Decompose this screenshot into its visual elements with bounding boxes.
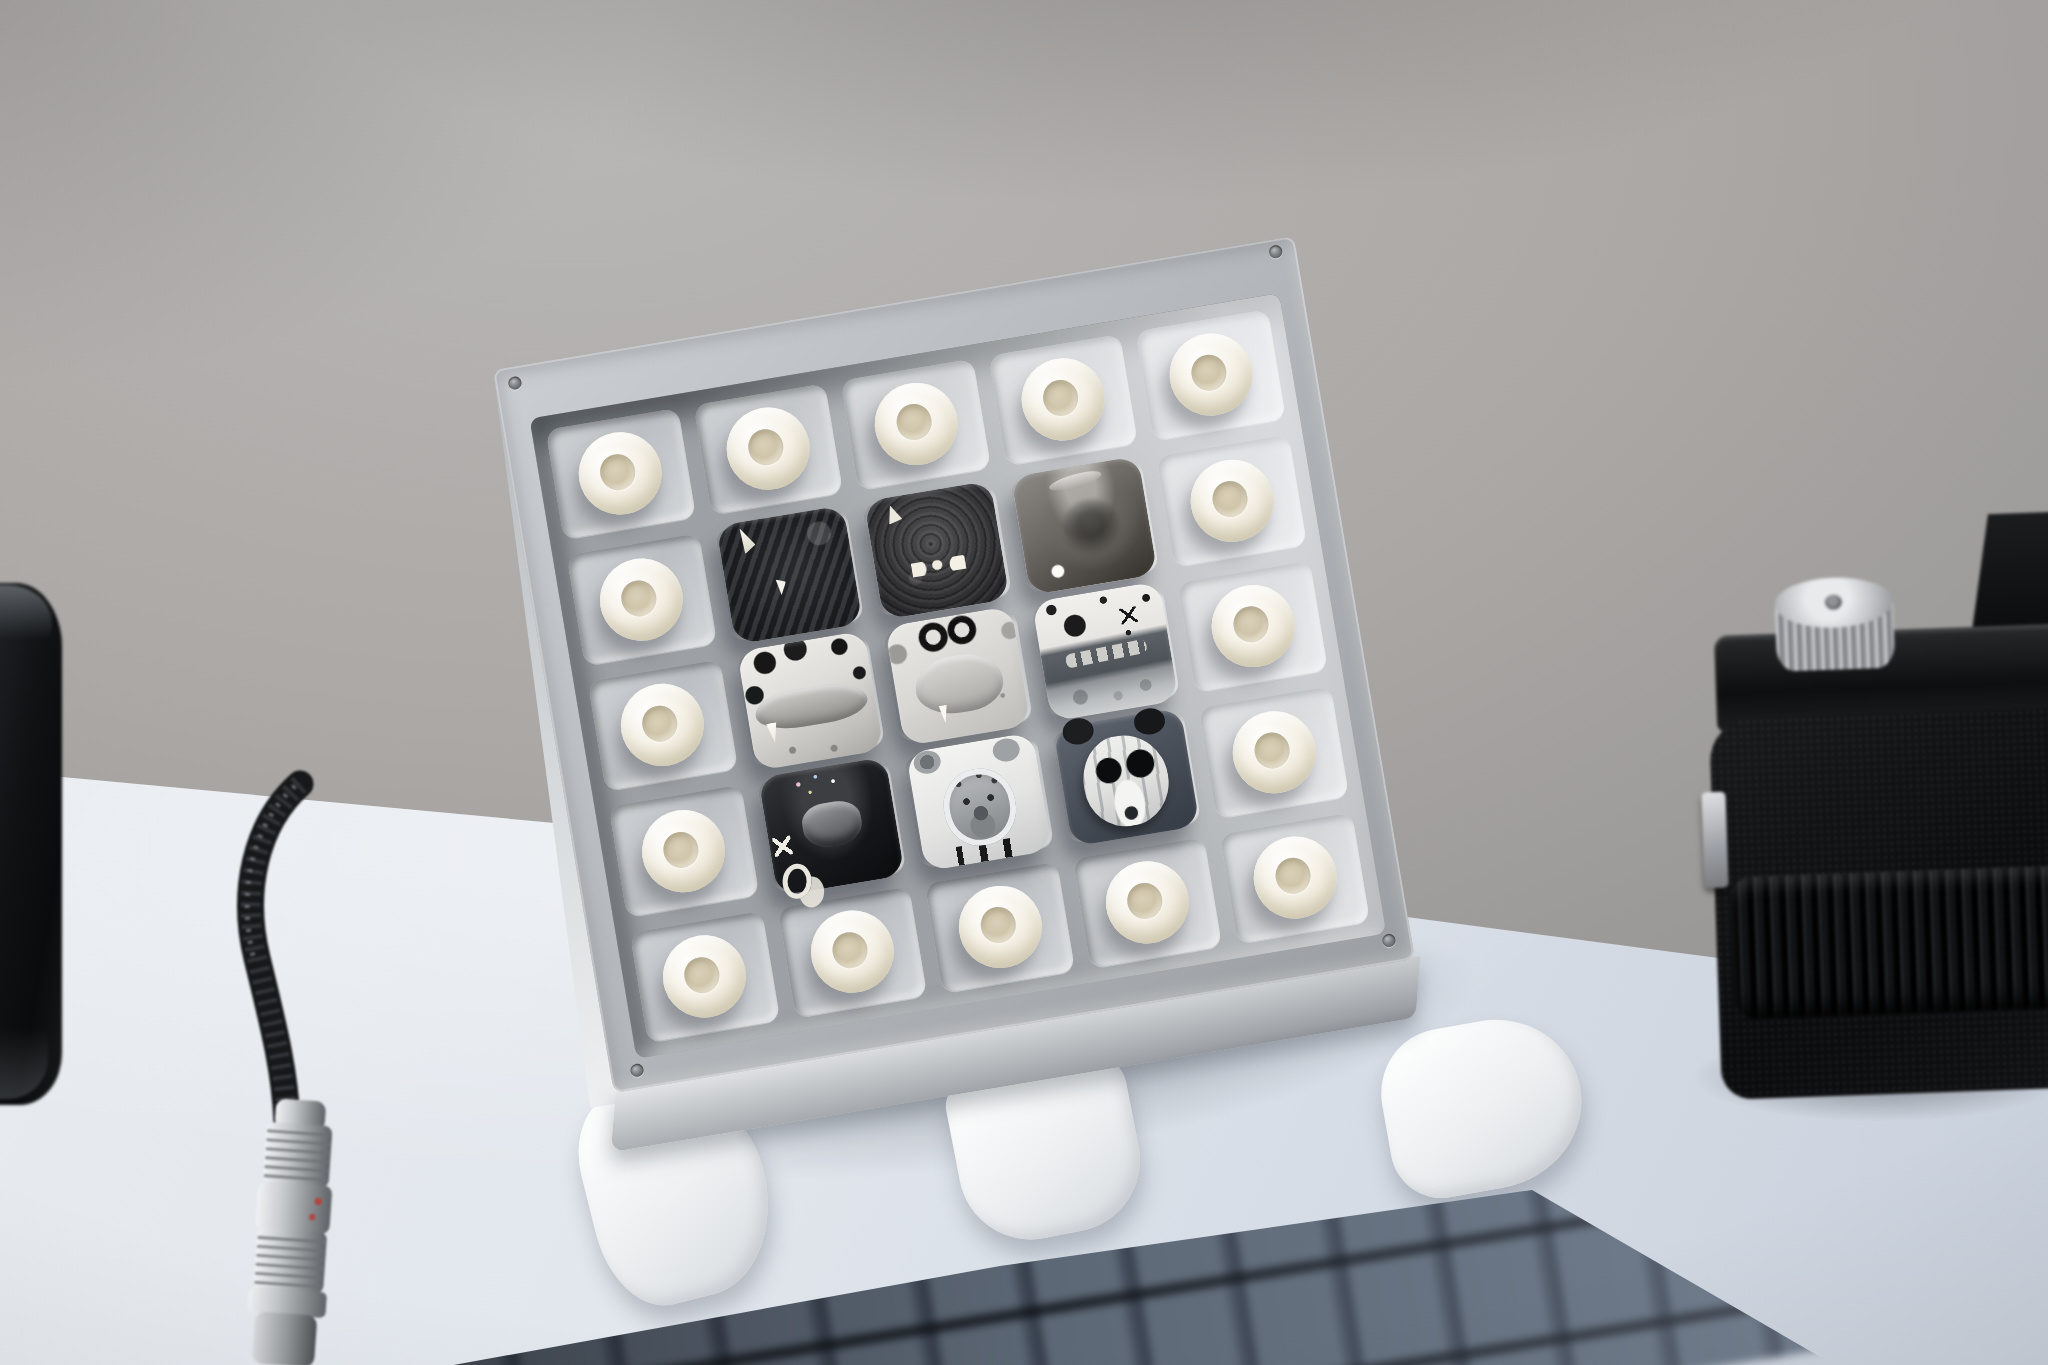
well-r4c2 <box>756 760 906 892</box>
well-r1c4 <box>988 334 1138 466</box>
well-r3c4 <box>1030 585 1180 717</box>
well-r3c2 <box>735 635 885 767</box>
piece-blank-cap-r1c4 <box>1012 349 1115 452</box>
well-r5c3 <box>925 861 1075 993</box>
well-r4c5 <box>1199 686 1349 818</box>
piece-blank-cap-r4c1 <box>631 798 737 903</box>
piece-walrus-goggles-r3c3 <box>885 606 1031 746</box>
well-r3c3 <box>883 610 1033 742</box>
cap-hole <box>1274 856 1313 896</box>
piece-blank-cap-r1c5 <box>1165 330 1257 421</box>
well-r1c5 <box>1136 309 1286 441</box>
coiled-cable <box>205 770 415 1365</box>
piece-blank-cap-r5c1 <box>652 924 758 1029</box>
piece-blank-cap-r5c5 <box>1249 832 1341 923</box>
piece-blank-cap-r1c2 <box>718 400 818 499</box>
photo-scene <box>0 0 2048 1365</box>
cap-hole <box>829 928 871 971</box>
piece-oni-dark-r2c3 <box>864 480 1010 620</box>
piece-panda-zombie-r4c4 <box>1053 707 1199 847</box>
piece-dragon-black-r2c2 <box>716 505 862 645</box>
screw-icon <box>1268 244 1283 259</box>
cap-hole <box>617 575 662 621</box>
piece-hippo-spotted-r3c2 <box>737 631 883 771</box>
piece-blank-cap-r2c5 <box>1186 455 1278 546</box>
aviator-connector <box>244 1097 340 1365</box>
well-r3c5 <box>1178 561 1328 693</box>
keycap-tray <box>493 236 1415 1093</box>
well-r1c2 <box>693 383 843 515</box>
cap-hole <box>745 426 787 469</box>
cap-hole <box>638 701 683 747</box>
piece-blank-cap-r1c1 <box>568 421 674 526</box>
piece-ape-gray-r2c4 <box>1011 456 1157 596</box>
piece-leopard-hood-r4c3 <box>906 732 1052 872</box>
well-r2c3 <box>862 484 1012 616</box>
piece-blank-cap-r3c1 <box>610 673 716 778</box>
well-r4c4 <box>1051 711 1201 843</box>
well-r4c3 <box>904 736 1054 868</box>
black-mug <box>0 583 62 1105</box>
well-r1c3 <box>841 359 991 491</box>
cap-hole <box>596 449 641 495</box>
piece-blank-cap-r5c2 <box>802 902 902 1001</box>
cap-hole <box>1211 479 1250 519</box>
tray-cavity <box>530 293 1387 1059</box>
piece-blank-cap-r3c5 <box>1207 581 1299 672</box>
vintage-camera <box>1702 512 2048 1099</box>
well-r2c1 <box>567 534 717 666</box>
piece-trooper-black-r4c2 <box>758 756 904 896</box>
camera-body <box>1709 708 2048 1100</box>
piece-skull-splatter-r3c4 <box>1032 581 1178 721</box>
cap-hole <box>1123 878 1167 923</box>
piece-blank-cap-r1c3 <box>872 381 960 468</box>
well-r3c1 <box>588 659 738 791</box>
screw-icon <box>630 1063 645 1078</box>
camera-latch <box>1701 792 1728 889</box>
cap-hole <box>1253 730 1292 770</box>
well-r4c1 <box>609 785 759 917</box>
cap-hole <box>1190 353 1229 393</box>
cap-hole <box>896 403 933 441</box>
piece-blank-cap-r5c4 <box>1096 851 1199 954</box>
well-r2c5 <box>1157 435 1307 567</box>
screw-icon <box>1381 933 1396 948</box>
screw-icon <box>507 376 522 391</box>
well-r5c2 <box>777 886 927 1018</box>
camera-knurled-knob <box>1774 576 1895 672</box>
piece-blank-cap-r4c5 <box>1228 707 1320 798</box>
board-grid <box>530 293 1387 1059</box>
well-r1c1 <box>546 408 696 540</box>
cap-hole <box>1232 604 1271 644</box>
cap-hole <box>1039 376 1083 421</box>
braided-sleeve <box>247 784 300 1122</box>
well-r2c2 <box>714 509 864 641</box>
piece-blank-cap-r5c3 <box>956 884 1044 971</box>
cap-hole <box>659 826 704 872</box>
well-r5c4 <box>1072 837 1222 969</box>
well-r5c1 <box>630 911 780 1043</box>
camera-lens-rings <box>1730 866 2048 1019</box>
tray-top-plate <box>493 236 1415 1093</box>
piece-blank-cap-r2c1 <box>589 547 695 652</box>
well-r2c4 <box>1009 460 1159 592</box>
cap-hole <box>680 952 725 998</box>
cap-hole <box>980 906 1017 944</box>
well-r5c5 <box>1220 812 1370 944</box>
